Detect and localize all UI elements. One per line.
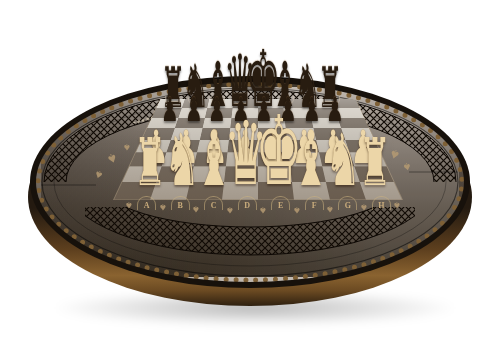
square xyxy=(289,152,323,166)
square xyxy=(285,118,314,129)
square xyxy=(286,128,316,140)
square xyxy=(178,108,207,118)
square xyxy=(345,140,380,153)
square xyxy=(258,152,290,166)
square xyxy=(222,182,258,199)
square xyxy=(156,99,184,108)
square xyxy=(292,182,330,199)
square xyxy=(166,140,199,153)
square xyxy=(360,182,402,199)
square xyxy=(175,118,205,129)
square xyxy=(150,182,190,199)
square xyxy=(338,118,369,129)
square xyxy=(197,140,229,153)
square xyxy=(227,140,258,153)
square xyxy=(224,166,258,182)
square xyxy=(341,128,374,140)
square xyxy=(309,108,338,118)
square xyxy=(186,182,224,199)
square xyxy=(231,108,258,118)
square xyxy=(258,166,292,182)
square xyxy=(287,140,319,153)
square xyxy=(129,152,166,166)
square xyxy=(290,166,326,182)
square xyxy=(203,118,232,129)
chess-field xyxy=(113,99,403,200)
square xyxy=(282,99,308,108)
square xyxy=(258,182,294,199)
square xyxy=(190,166,226,182)
square xyxy=(307,99,334,108)
square xyxy=(350,152,387,166)
square xyxy=(258,108,285,118)
square xyxy=(229,128,258,140)
square xyxy=(334,108,364,118)
square xyxy=(319,152,354,166)
square xyxy=(311,118,341,129)
square xyxy=(230,118,258,129)
square xyxy=(207,99,233,108)
square xyxy=(226,152,258,166)
square xyxy=(331,99,359,108)
square xyxy=(152,108,182,118)
square xyxy=(322,166,360,182)
square xyxy=(156,166,194,182)
square xyxy=(162,152,197,166)
square xyxy=(258,140,289,153)
square xyxy=(205,108,233,118)
square xyxy=(313,128,345,140)
square xyxy=(354,166,393,182)
square xyxy=(233,99,258,108)
board-surface xyxy=(36,82,464,282)
square xyxy=(182,99,209,108)
square xyxy=(147,118,178,129)
square xyxy=(136,140,171,153)
square xyxy=(194,152,228,166)
square xyxy=(200,128,230,140)
square xyxy=(283,108,311,118)
chess-board-photo: ABCDEFGH♠♠♠♠♠♠♠♠♠♠♠♠♠♠♠ ♜♞♝♛♚♝♞♜♟♟♟♟♟♟♟♟… xyxy=(0,0,500,347)
board-rim xyxy=(30,76,470,288)
square xyxy=(142,128,175,140)
square xyxy=(258,128,287,140)
square xyxy=(258,118,286,129)
square xyxy=(316,140,349,153)
square xyxy=(171,128,203,140)
square xyxy=(258,99,283,108)
